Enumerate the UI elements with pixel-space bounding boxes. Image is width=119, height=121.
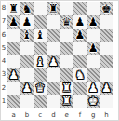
chess-board: ♜♞♜♚♟♟♛♟♟♝♝♟♟♝♟♟♞♟♛♜♟♟♜♚ [7, 2, 113, 108]
square-e7[interactable]: ♛ [60, 15, 73, 28]
white-pawn[interactable]: ♟ [8, 69, 19, 81]
square-g4[interactable] [87, 55, 100, 68]
white-queen[interactable]: ♛ [35, 82, 46, 94]
black-queen[interactable]: ♛ [61, 16, 72, 28]
square-b8[interactable]: ♞ [20, 2, 33, 15]
black-pawn[interactable]: ♟ [88, 42, 99, 54]
square-h4[interactable] [100, 55, 113, 68]
square-b2[interactable]: ♟ [20, 82, 33, 95]
black-bishop[interactable]: ♝ [35, 29, 46, 41]
square-f5[interactable] [73, 42, 86, 55]
square-c8[interactable] [34, 2, 47, 15]
black-knight[interactable]: ♞ [21, 3, 32, 15]
square-a8[interactable]: ♜ [7, 2, 20, 15]
file-labels: abcdefgh [7, 110, 113, 120]
square-b5[interactable] [20, 42, 33, 55]
file-label-h: h [100, 110, 113, 120]
square-f2[interactable] [73, 82, 86, 95]
black-pawn[interactable]: ♟ [74, 16, 85, 28]
file-label-c: c [34, 110, 47, 120]
square-g5[interactable]: ♟ [87, 42, 100, 55]
square-a4[interactable] [7, 55, 20, 68]
square-f3[interactable]: ♞ [73, 68, 86, 81]
square-g2[interactable]: ♟ [87, 82, 100, 95]
square-f6[interactable]: ♟ [73, 29, 86, 42]
square-d1[interactable] [47, 95, 60, 108]
square-h3[interactable] [100, 68, 113, 81]
square-e6[interactable] [60, 29, 73, 42]
square-c6[interactable]: ♝ [34, 29, 47, 42]
square-d5[interactable] [47, 42, 60, 55]
file-label-g: g [87, 110, 100, 120]
square-h8[interactable]: ♚ [100, 2, 113, 15]
black-pawn[interactable]: ♟ [21, 16, 32, 28]
square-a3[interactable]: ♟ [7, 68, 20, 81]
file-label-a: a [7, 110, 20, 120]
square-g6[interactable] [87, 29, 100, 42]
square-e2[interactable]: ♜ [60, 82, 73, 95]
square-d7[interactable] [47, 15, 60, 28]
square-h7[interactable] [100, 15, 113, 28]
black-bishop[interactable]: ♝ [21, 29, 32, 41]
file-label-b: b [20, 110, 33, 120]
white-pawn[interactable]: ♟ [21, 82, 32, 94]
square-c3[interactable] [34, 68, 47, 81]
square-h6[interactable] [100, 29, 113, 42]
square-a6[interactable] [7, 29, 20, 42]
square-a7[interactable]: ♟ [7, 15, 20, 28]
square-d3[interactable] [47, 68, 60, 81]
square-g1[interactable]: ♚ [87, 95, 100, 108]
square-e4[interactable] [60, 55, 73, 68]
square-h1[interactable] [100, 95, 113, 108]
square-b6[interactable]: ♝ [20, 29, 33, 42]
square-h5[interactable] [100, 42, 113, 55]
white-rook[interactable]: ♜ [61, 95, 72, 107]
black-king[interactable]: ♚ [101, 3, 112, 15]
square-d2[interactable] [47, 82, 60, 95]
square-a1[interactable] [7, 95, 20, 108]
white-pawn[interactable]: ♟ [101, 82, 112, 94]
square-h2[interactable]: ♟ [100, 82, 113, 95]
square-f8[interactable] [73, 2, 86, 15]
square-f1[interactable] [73, 95, 86, 108]
white-pawn[interactable]: ♟ [88, 82, 99, 94]
black-pawn[interactable]: ♟ [8, 16, 19, 28]
square-b4[interactable] [20, 55, 33, 68]
square-e8[interactable] [60, 2, 73, 15]
white-knight[interactable]: ♞ [74, 69, 85, 81]
square-f4[interactable] [73, 55, 86, 68]
square-d4[interactable]: ♟ [47, 55, 60, 68]
square-e3[interactable] [60, 68, 73, 81]
white-king[interactable]: ♚ [88, 95, 99, 107]
white-bishop[interactable]: ♝ [35, 56, 46, 68]
black-rook[interactable]: ♜ [48, 3, 59, 15]
square-c7[interactable] [34, 15, 47, 28]
black-rook[interactable]: ♜ [8, 3, 19, 15]
square-b1[interactable] [20, 95, 33, 108]
square-f7[interactable]: ♟ [73, 15, 86, 28]
square-d6[interactable] [47, 29, 60, 42]
file-label-e: e [60, 110, 73, 120]
square-g7[interactable]: ♟ [87, 15, 100, 28]
file-label-f: f [73, 110, 86, 120]
white-rook[interactable]: ♜ [61, 82, 72, 94]
square-a2[interactable] [7, 82, 20, 95]
square-c5[interactable] [34, 42, 47, 55]
black-pawn[interactable]: ♟ [74, 29, 85, 41]
file-label-d: d [47, 110, 60, 120]
white-pawn[interactable]: ♟ [48, 56, 59, 68]
square-a5[interactable] [7, 42, 20, 55]
square-b7[interactable]: ♟ [20, 15, 33, 28]
square-c1[interactable] [34, 95, 47, 108]
chess-diagram: 87654321 ♜♞♜♚♟♟♛♟♟♝♝♟♟♝♟♟♞♟♛♜♟♟♜♚ abcdef… [0, 0, 119, 121]
square-e1[interactable]: ♜ [60, 95, 73, 108]
black-pawn[interactable]: ♟ [88, 16, 99, 28]
square-b3[interactable] [20, 68, 33, 81]
square-c4[interactable]: ♝ [34, 55, 47, 68]
square-g8[interactable] [87, 2, 100, 15]
square-c2[interactable]: ♛ [34, 82, 47, 95]
square-e5[interactable] [60, 42, 73, 55]
square-d8[interactable]: ♜ [47, 2, 60, 15]
square-g3[interactable] [87, 68, 100, 81]
